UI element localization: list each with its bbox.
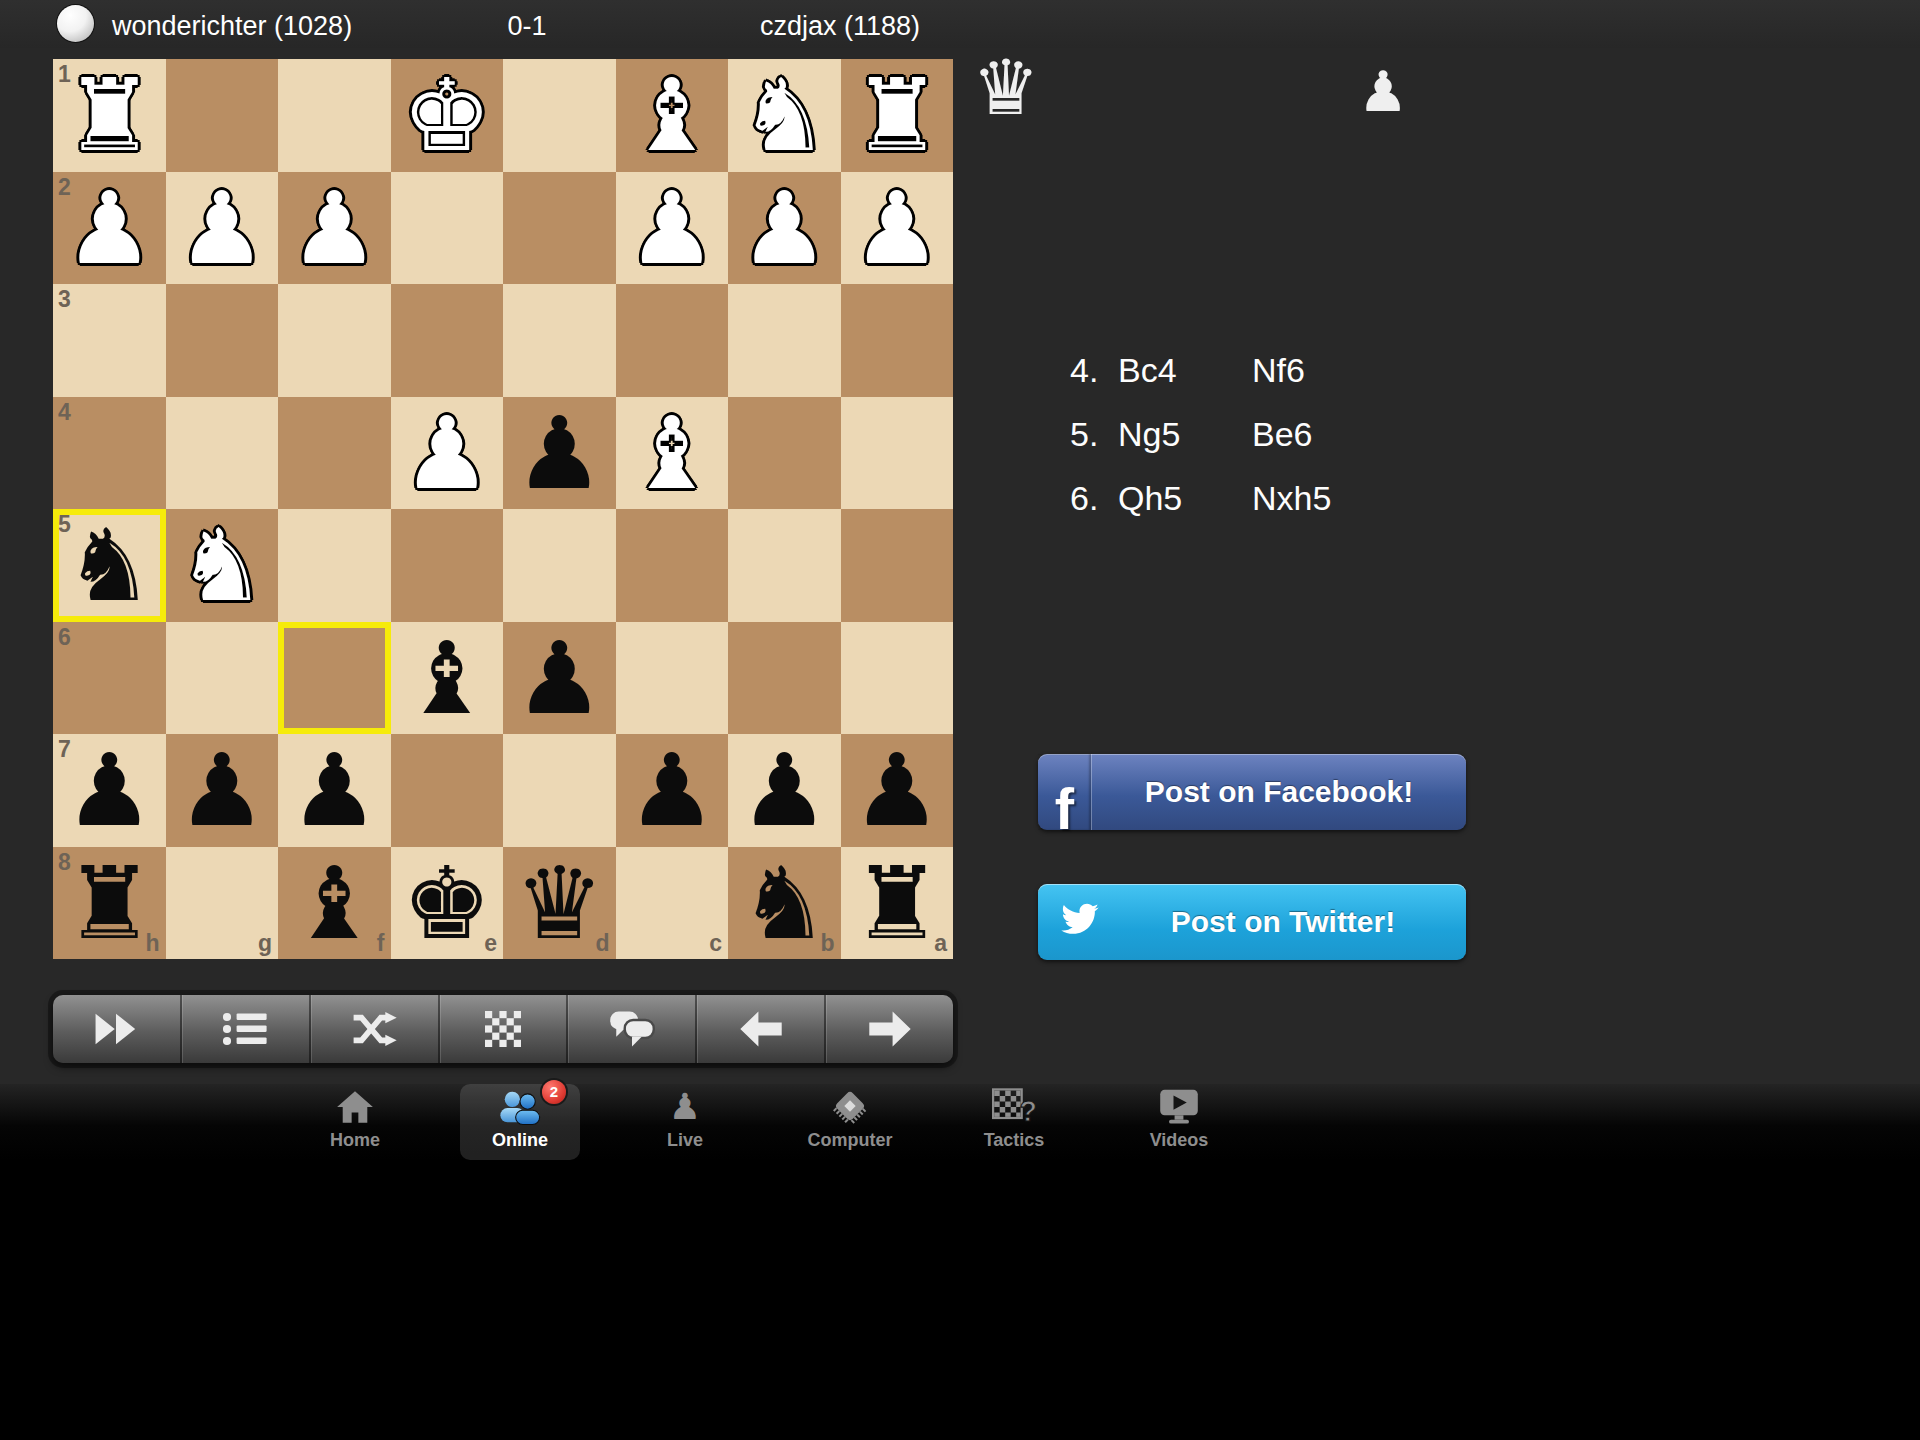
- online-badge: 2: [542, 1080, 566, 1104]
- rank-label-7: 7: [58, 736, 71, 763]
- square-h8[interactable]: 8h♜: [53, 847, 166, 960]
- game-result: 0-1: [472, 0, 582, 48]
- square-a1[interactable]: ♜: [841, 59, 954, 172]
- square-e5[interactable]: [391, 509, 504, 622]
- chess-app: wonderichter (1028) 0-1 czdjax (1188) 1♜…: [0, 0, 1920, 1160]
- square-a3[interactable]: [841, 284, 954, 397]
- chat-button[interactable]: [566, 995, 695, 1063]
- square-h2[interactable]: 2♟: [53, 172, 166, 285]
- square-d4[interactable]: ♟: [503, 397, 616, 510]
- square-f1[interactable]: [278, 59, 391, 172]
- file-label-g: g: [258, 930, 272, 957]
- square-h7[interactable]: 7♟: [53, 734, 166, 847]
- square-b7[interactable]: ♟: [728, 734, 841, 847]
- square-d6[interactable]: ♟: [503, 622, 616, 735]
- tab-online[interactable]: 2 Online: [460, 1084, 580, 1160]
- file-label-h: h: [145, 930, 159, 957]
- pawn-icon: ♟: [669, 1087, 701, 1127]
- file-label-d: d: [595, 930, 609, 957]
- arrow-left-icon: [739, 1011, 783, 1047]
- black-move-6[interactable]: Nxh5: [1252, 479, 1331, 518]
- square-c1[interactable]: ♝: [616, 59, 729, 172]
- square-d7[interactable]: [503, 734, 616, 847]
- white-pawn-g2: ♟: [166, 172, 279, 285]
- black-pawn-d6: ♟: [503, 622, 616, 735]
- board-setup-button[interactable]: [438, 995, 567, 1063]
- square-h6[interactable]: 6: [53, 622, 166, 735]
- square-g6[interactable]: [166, 622, 279, 735]
- tactics-board-question-icon: ?: [992, 1088, 1036, 1126]
- square-b4[interactable]: [728, 397, 841, 510]
- square-g8[interactable]: g: [166, 847, 279, 960]
- white-knight-b1: ♞: [728, 59, 841, 172]
- fast-forward-button[interactable]: [53, 995, 180, 1063]
- white-bishop-c4: ♝: [616, 397, 729, 510]
- square-b5[interactable]: [728, 509, 841, 622]
- square-g1[interactable]: [166, 59, 279, 172]
- square-c8[interactable]: c: [616, 847, 729, 960]
- square-g5[interactable]: ♞: [166, 509, 279, 622]
- player-avatar[interactable]: [57, 5, 94, 42]
- black-move-4[interactable]: Nf6: [1252, 351, 1305, 390]
- rank-label-1: 1: [58, 61, 71, 88]
- white-move-5[interactable]: Ng5: [1118, 415, 1252, 454]
- post-on-twitter-button[interactable]: Post on Twitter!: [1038, 884, 1466, 960]
- rank-label-6: 6: [58, 624, 71, 651]
- square-f4[interactable]: [278, 397, 391, 510]
- black-pawn-g7: ♟: [166, 734, 279, 847]
- white-move-4[interactable]: Bc4: [1118, 351, 1252, 390]
- file-label-c: c: [709, 930, 722, 957]
- square-c7[interactable]: ♟: [616, 734, 729, 847]
- white-pawn-b2: ♟: [728, 172, 841, 285]
- square-h4[interactable]: 4: [53, 397, 166, 510]
- square-a6[interactable]: [841, 622, 954, 735]
- square-c2[interactable]: ♟: [616, 172, 729, 285]
- black-pawn-f7: ♟: [278, 734, 391, 847]
- checkerboard-icon: [485, 1011, 521, 1047]
- tab-videos[interactable]: Videos: [1119, 1084, 1239, 1160]
- black-pawn-c7: ♟: [616, 734, 729, 847]
- video-icon: [1158, 1088, 1200, 1126]
- game-toolbar: [53, 995, 953, 1063]
- shuffle-button[interactable]: [309, 995, 438, 1063]
- rank-label-3: 3: [58, 286, 71, 313]
- square-e8[interactable]: e♚: [391, 847, 504, 960]
- tab-live-label: Live: [625, 1130, 745, 1150]
- black-player-name: czdjax (1188): [760, 0, 920, 48]
- square-e3[interactable]: [391, 284, 504, 397]
- people-icon: [496, 1089, 544, 1125]
- tab-computer-label: Computer: [790, 1130, 910, 1150]
- move-row-4: 4.Bc4Nf6: [1070, 338, 1331, 402]
- square-a8[interactable]: a♜: [841, 847, 954, 960]
- captured-pawn-icon: ♟: [1358, 62, 1408, 122]
- square-f5[interactable]: [278, 509, 391, 622]
- black-pawn-a7: ♟: [841, 734, 954, 847]
- tab-tactics-label: Tactics: [954, 1130, 1074, 1150]
- file-label-a: a: [934, 930, 947, 957]
- square-f8[interactable]: f♝: [278, 847, 391, 960]
- square-a2[interactable]: ♟: [841, 172, 954, 285]
- back-button[interactable]: [695, 995, 824, 1063]
- black-pawn-b7: ♟: [728, 734, 841, 847]
- white-move-6[interactable]: Qh5: [1118, 479, 1252, 518]
- black-bishop-f8: ♝: [278, 847, 391, 960]
- move-list-button[interactable]: [180, 995, 309, 1063]
- shuffle-icon: [350, 1012, 398, 1046]
- square-f6[interactable]: [278, 622, 391, 735]
- move-list: 4.Bc4Nf65.Ng5Be66.Qh5Nxh5: [1070, 338, 1331, 530]
- square-f7[interactable]: ♟: [278, 734, 391, 847]
- square-g3[interactable]: [166, 284, 279, 397]
- captured-white-queen-icon: ♛: [972, 48, 1040, 128]
- tab-tactics[interactable]: ? Tactics: [954, 1084, 1074, 1160]
- square-e4[interactable]: ♟: [391, 397, 504, 510]
- file-label-b: b: [820, 930, 834, 957]
- move-row-5: 5.Ng5Be6: [1070, 402, 1331, 466]
- rank-label-4: 4: [58, 399, 71, 426]
- tab-home[interactable]: Home: [295, 1084, 415, 1160]
- facebook-icon: f: [1038, 754, 1092, 830]
- square-b3[interactable]: [728, 284, 841, 397]
- white-player-name: wonderichter (1028): [112, 0, 352, 48]
- chip-icon: [829, 1087, 871, 1127]
- square-d1[interactable]: [503, 59, 616, 172]
- square-a5[interactable]: [841, 509, 954, 622]
- rank-label-2: 2: [58, 174, 71, 201]
- square-h5[interactable]: 5♞: [53, 509, 166, 622]
- square-b8[interactable]: b♞: [728, 847, 841, 960]
- white-bishop-c1: ♝: [616, 59, 729, 172]
- square-c5[interactable]: [616, 509, 729, 622]
- square-d3[interactable]: [503, 284, 616, 397]
- move-number-4: 4.: [1070, 351, 1118, 390]
- square-e2[interactable]: [391, 172, 504, 285]
- square-d5[interactable]: [503, 509, 616, 622]
- square-d8[interactable]: d♛: [503, 847, 616, 960]
- square-d2[interactable]: [503, 172, 616, 285]
- facebook-button-label: Post on Facebook!: [1092, 775, 1466, 809]
- tab-live[interactable]: ♟ Live: [625, 1084, 745, 1160]
- tab-computer[interactable]: Computer: [790, 1084, 910, 1160]
- svg-text:?: ?: [1020, 1095, 1037, 1126]
- game-header: wonderichter (1028) 0-1 czdjax (1188): [0, 0, 1920, 48]
- square-b1[interactable]: ♞: [728, 59, 841, 172]
- square-g2[interactable]: ♟: [166, 172, 279, 285]
- chess-board: 1♜♚♝♞♜2♟♟♟♟♟♟34♟♟♝5♞♞6♝♟7♟♟♟♟♟♟8h♜gf♝e♚d…: [53, 59, 953, 959]
- square-f3[interactable]: [278, 284, 391, 397]
- tab-videos-label: Videos: [1119, 1130, 1239, 1150]
- white-rook-a1: ♜: [841, 59, 954, 172]
- square-b6[interactable]: [728, 622, 841, 735]
- file-label-f: f: [377, 930, 385, 957]
- white-pawn-c2: ♟: [616, 172, 729, 285]
- list-icon: [222, 1011, 268, 1047]
- white-knight-g5: ♞: [166, 509, 279, 622]
- twitter-button-label: Post on Twitter!: [1100, 905, 1466, 939]
- home-icon: [336, 1090, 374, 1124]
- file-label-e: e: [484, 930, 497, 957]
- tab-home-label: Home: [295, 1130, 415, 1150]
- post-on-facebook-button[interactable]: f Post on Facebook!: [1038, 754, 1466, 830]
- square-c6[interactable]: [616, 622, 729, 735]
- move-row-6: 6.Qh5Nxh5: [1070, 466, 1331, 530]
- square-b2[interactable]: ♟: [728, 172, 841, 285]
- square-a4[interactable]: [841, 397, 954, 510]
- rank-label-5: 5: [58, 511, 71, 538]
- square-a7[interactable]: ♟: [841, 734, 954, 847]
- arrow-right-icon: [868, 1011, 912, 1047]
- move-number-5: 5.: [1070, 415, 1118, 454]
- square-e1[interactable]: ♚: [391, 59, 504, 172]
- square-g7[interactable]: ♟: [166, 734, 279, 847]
- chat-icon: [609, 1010, 655, 1048]
- black-pawn-d4: ♟: [503, 397, 616, 510]
- white-king-e1: ♚: [391, 59, 504, 172]
- white-pawn-f2: ♟: [278, 172, 391, 285]
- square-e7[interactable]: [391, 734, 504, 847]
- twitter-bird-icon: [1054, 903, 1100, 941]
- tab-online-label: Online: [460, 1130, 580, 1150]
- move-number-6: 6.: [1070, 479, 1118, 518]
- fast-forward-icon: [93, 1012, 139, 1046]
- square-g4[interactable]: [166, 397, 279, 510]
- square-c4[interactable]: ♝: [616, 397, 729, 510]
- square-f2[interactable]: ♟: [278, 172, 391, 285]
- square-h3[interactable]: 3: [53, 284, 166, 397]
- tab-bar: Home 2 Online ♟ Live: [0, 1084, 1920, 1160]
- white-pawn-a2: ♟: [841, 172, 954, 285]
- square-e6[interactable]: ♝: [391, 622, 504, 735]
- square-h1[interactable]: 1♜: [53, 59, 166, 172]
- black-move-5[interactable]: Be6: [1252, 415, 1313, 454]
- forward-button[interactable]: [824, 995, 953, 1063]
- square-c3[interactable]: [616, 284, 729, 397]
- white-pawn-e4: ♟: [391, 397, 504, 510]
- black-bishop-e6: ♝: [391, 622, 504, 735]
- rank-label-8: 8: [58, 849, 71, 876]
